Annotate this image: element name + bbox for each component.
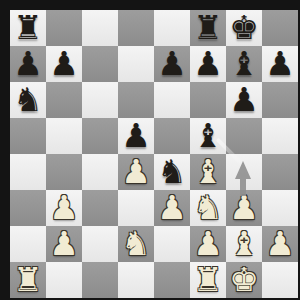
square-b6[interactable] bbox=[46, 82, 82, 118]
piece-black-pawn[interactable]: ♟ bbox=[193, 46, 223, 82]
square-e5[interactable] bbox=[154, 118, 190, 154]
piece-white-pawn[interactable]: ♟ bbox=[121, 154, 151, 190]
square-e4[interactable]: ♞ bbox=[154, 154, 190, 190]
square-e8[interactable] bbox=[154, 10, 190, 46]
square-h8[interactable] bbox=[262, 10, 298, 46]
square-b1[interactable] bbox=[46, 262, 82, 298]
piece-white-pawn[interactable]: ♟ bbox=[265, 226, 295, 262]
square-c1[interactable] bbox=[82, 262, 118, 298]
square-f1[interactable]: ♜ bbox=[190, 262, 226, 298]
square-e6[interactable] bbox=[154, 82, 190, 118]
piece-white-bishop[interactable]: ♝ bbox=[229, 226, 259, 262]
square-c4[interactable] bbox=[82, 154, 118, 190]
square-d1[interactable] bbox=[118, 262, 154, 298]
piece-black-rook[interactable]: ♜ bbox=[13, 10, 43, 46]
square-g8[interactable]: ♚ bbox=[226, 10, 262, 46]
piece-black-pawn[interactable]: ♟ bbox=[157, 46, 187, 82]
square-g4[interactable] bbox=[226, 154, 262, 190]
square-h2[interactable]: ♟ bbox=[262, 226, 298, 262]
square-f4[interactable]: ♝ bbox=[190, 154, 226, 190]
square-g2[interactable]: ♝ bbox=[226, 226, 262, 262]
piece-black-pawn[interactable]: ♟ bbox=[49, 46, 79, 82]
square-d2[interactable]: ♞ bbox=[118, 226, 154, 262]
square-c2[interactable] bbox=[82, 226, 118, 262]
square-e1[interactable] bbox=[154, 262, 190, 298]
square-f7[interactable]: ♟ bbox=[190, 46, 226, 82]
piece-black-pawn[interactable]: ♟ bbox=[265, 46, 295, 82]
piece-white-pawn[interactable]: ♟ bbox=[49, 190, 79, 226]
square-a2[interactable] bbox=[10, 226, 46, 262]
piece-white-rook[interactable]: ♜ bbox=[193, 262, 223, 298]
square-f6[interactable] bbox=[190, 82, 226, 118]
piece-white-pawn[interactable]: ♟ bbox=[157, 190, 187, 226]
square-c8[interactable] bbox=[82, 10, 118, 46]
piece-black-pawn[interactable]: ♟ bbox=[229, 82, 259, 118]
square-h3[interactable] bbox=[262, 190, 298, 226]
board-frame: ♜♜♚♟♟♟♟♝♟♞♟♟♝♟♞♝♟♟♞♟♟♞♟♝♟♜♜♚ bbox=[0, 0, 300, 300]
piece-white-pawn[interactable]: ♟ bbox=[49, 226, 79, 262]
square-h7[interactable]: ♟ bbox=[262, 46, 298, 82]
piece-black-pawn[interactable]: ♟ bbox=[13, 46, 43, 82]
square-e7[interactable]: ♟ bbox=[154, 46, 190, 82]
square-a5[interactable] bbox=[10, 118, 46, 154]
piece-black-pawn[interactable]: ♟ bbox=[121, 118, 151, 154]
piece-black-bishop[interactable]: ♝ bbox=[229, 46, 259, 82]
square-f8[interactable]: ♜ bbox=[190, 10, 226, 46]
square-a6[interactable]: ♞ bbox=[10, 82, 46, 118]
square-f5[interactable]: ♝ bbox=[190, 118, 226, 154]
piece-black-king[interactable]: ♚ bbox=[229, 10, 259, 46]
square-g6[interactable]: ♟ bbox=[226, 82, 262, 118]
square-g7[interactable]: ♝ bbox=[226, 46, 262, 82]
piece-white-king[interactable]: ♚ bbox=[229, 262, 259, 298]
piece-white-knight[interactable]: ♞ bbox=[121, 226, 151, 262]
square-f3[interactable]: ♞ bbox=[190, 190, 226, 226]
square-b8[interactable] bbox=[46, 10, 82, 46]
square-d7[interactable] bbox=[118, 46, 154, 82]
square-e2[interactable] bbox=[154, 226, 190, 262]
square-h4[interactable] bbox=[262, 154, 298, 190]
square-b7[interactable]: ♟ bbox=[46, 46, 82, 82]
piece-black-knight[interactable]: ♞ bbox=[157, 154, 187, 190]
piece-white-bishop[interactable]: ♝ bbox=[193, 154, 223, 190]
square-e3[interactable]: ♟ bbox=[154, 190, 190, 226]
square-d4[interactable]: ♟ bbox=[118, 154, 154, 190]
piece-black-knight[interactable]: ♞ bbox=[13, 82, 43, 118]
square-b4[interactable] bbox=[46, 154, 82, 190]
square-d3[interactable] bbox=[118, 190, 154, 226]
square-g5[interactable] bbox=[226, 118, 262, 154]
square-a1[interactable]: ♜ bbox=[10, 262, 46, 298]
square-a4[interactable] bbox=[10, 154, 46, 190]
square-h5[interactable] bbox=[262, 118, 298, 154]
square-d8[interactable] bbox=[118, 10, 154, 46]
piece-black-bishop[interactable]: ♝ bbox=[193, 118, 223, 154]
square-b5[interactable] bbox=[46, 118, 82, 154]
piece-black-rook[interactable]: ♜ bbox=[193, 10, 223, 46]
square-c5[interactable] bbox=[82, 118, 118, 154]
square-h6[interactable] bbox=[262, 82, 298, 118]
square-f2[interactable]: ♟ bbox=[190, 226, 226, 262]
square-c3[interactable] bbox=[82, 190, 118, 226]
square-b3[interactable]: ♟ bbox=[46, 190, 82, 226]
square-d5[interactable]: ♟ bbox=[118, 118, 154, 154]
square-h1[interactable] bbox=[262, 262, 298, 298]
piece-white-pawn[interactable]: ♟ bbox=[193, 226, 223, 262]
square-a7[interactable]: ♟ bbox=[10, 46, 46, 82]
piece-white-rook[interactable]: ♜ bbox=[13, 262, 43, 298]
square-c6[interactable] bbox=[82, 82, 118, 118]
piece-white-pawn[interactable]: ♟ bbox=[229, 190, 259, 226]
square-a3[interactable] bbox=[10, 190, 46, 226]
piece-white-knight[interactable]: ♞ bbox=[193, 190, 223, 226]
square-d6[interactable] bbox=[118, 82, 154, 118]
square-c7[interactable] bbox=[82, 46, 118, 82]
square-a8[interactable]: ♜ bbox=[10, 10, 46, 46]
square-b2[interactable]: ♟ bbox=[46, 226, 82, 262]
chess-board: ♜♜♚♟♟♟♟♝♟♞♟♟♝♟♞♝♟♟♞♟♟♞♟♝♟♜♜♚ bbox=[10, 10, 298, 298]
square-g3[interactable]: ♟ bbox=[226, 190, 262, 226]
square-g1[interactable]: ♚ bbox=[226, 262, 262, 298]
